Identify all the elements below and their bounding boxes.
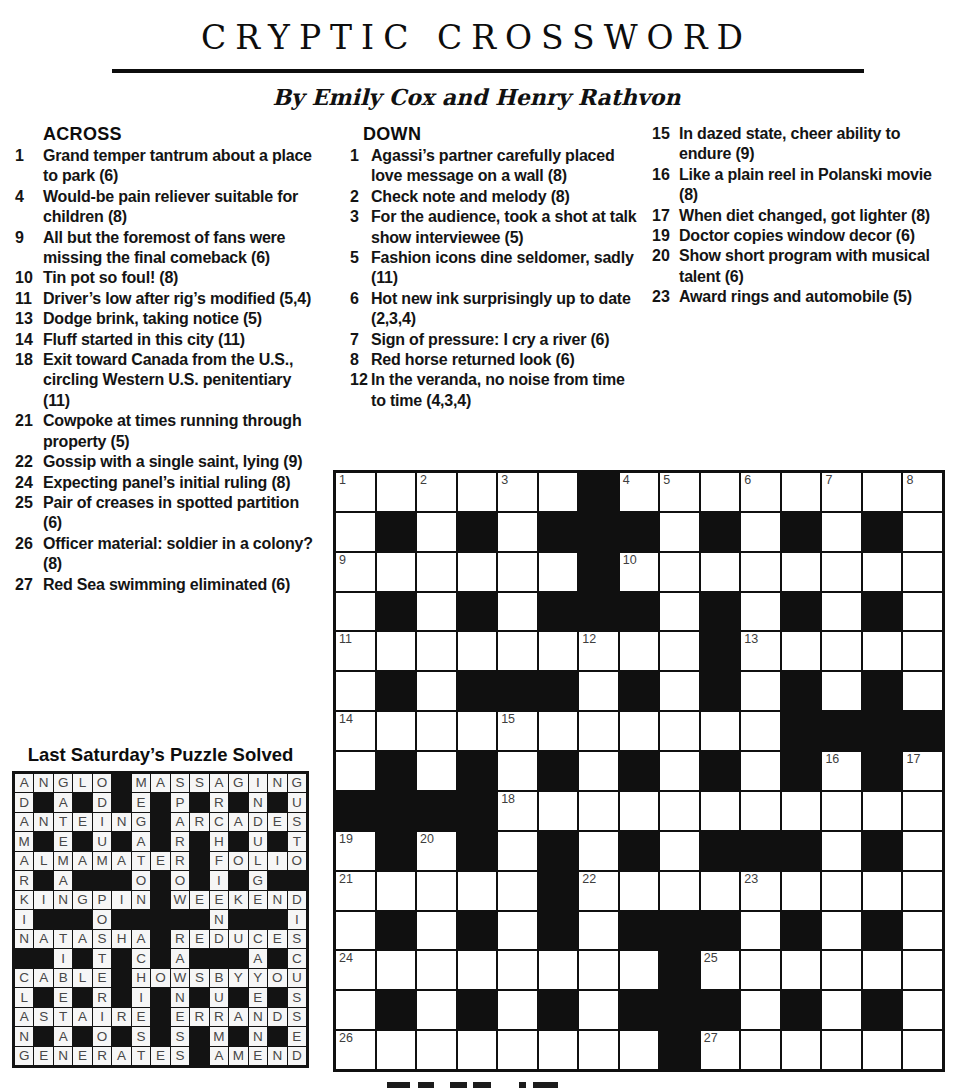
solved-letter-cell: I	[210, 871, 228, 889]
grid-cell-r11c10[interactable]	[701, 872, 740, 910]
clue-text: Dodge brink, taking notice (5)	[43, 309, 315, 329]
grid-cell-r11c15[interactable]	[903, 872, 942, 910]
clue-text: In dazed state, cheer ability to endure …	[679, 124, 944, 165]
solved-letter-cell: I	[288, 910, 306, 928]
solved-block-cell	[151, 930, 169, 948]
block-cell	[701, 752, 740, 790]
clue-12-down: 12In the veranda, no noise from time to …	[350, 370, 638, 411]
clue-number: 19	[652, 226, 679, 246]
grid-cell-r1c13[interactable]: 7	[822, 473, 861, 511]
grid-cell-r7c11[interactable]	[741, 712, 780, 750]
clue-number: 6	[350, 289, 371, 309]
grid-cell-r3c3[interactable]	[417, 553, 456, 591]
solved-letter-cell: G	[54, 774, 72, 792]
grid-cell-r3c9[interactable]	[660, 553, 699, 591]
grid-cell-r11c4[interactable]	[458, 872, 497, 910]
grid-cell-r14c13[interactable]	[822, 991, 861, 1029]
across-header: ACROSS	[43, 124, 315, 145]
solved-letter-cell: N	[268, 774, 286, 792]
block-cell	[701, 912, 740, 950]
solved-letter-cell: S	[171, 1027, 189, 1045]
solved-letter-cell: I	[93, 1008, 111, 1026]
block-cell	[377, 593, 416, 631]
clue-number: 22	[15, 452, 43, 472]
grid-cell-r9c13[interactable]	[822, 792, 861, 830]
block-cell	[377, 832, 416, 870]
grid-cell-r11c2[interactable]	[377, 872, 416, 910]
grid-cell-r14c11[interactable]	[741, 991, 780, 1029]
solved-block-cell	[112, 949, 130, 967]
grid-cell-r8c1[interactable]	[336, 752, 375, 790]
solved-letter-cell: I	[54, 949, 72, 967]
grid-cell-r9c6[interactable]	[539, 792, 578, 830]
grid-cell-r11c5[interactable]	[498, 872, 537, 910]
grid-cell-r3c8[interactable]: 10	[620, 553, 659, 591]
solved-letter-cell: G	[249, 871, 267, 889]
clue-text: Expecting panel’s initial ruling (8)	[43, 473, 315, 493]
grid-cell-r8c3[interactable]	[417, 752, 456, 790]
solved-letter-cell: S	[288, 988, 306, 1006]
grid-cell-r8c13[interactable]: 16	[822, 752, 861, 790]
solved-letter-cell: E	[34, 1047, 52, 1065]
clue-20-down: 20Show short program with musical talent…	[652, 246, 944, 287]
grid-cell-r13c11[interactable]	[741, 951, 780, 989]
clue-number: 2	[350, 187, 371, 207]
solved-letter-cell: E	[171, 1008, 189, 1026]
solved-block-cell	[190, 1027, 208, 1045]
solved-block-cell	[229, 1027, 247, 1045]
grid-cell-r15c5[interactable]	[498, 1031, 537, 1069]
grid-cell-r5c13[interactable]	[822, 632, 861, 670]
clue-13-across: 13Dodge brink, taking notice (5)	[15, 309, 315, 329]
grid-cell-r15c2[interactable]	[377, 1031, 416, 1069]
solved-letter-cell: E	[132, 793, 150, 811]
grid-cell-r12c7[interactable]	[579, 912, 618, 950]
grid-cell-r9c7[interactable]	[579, 792, 618, 830]
cell-number: 3	[501, 474, 508, 488]
solved-letter-cell: R	[112, 1008, 130, 1026]
solved-letter-cell: G	[15, 1047, 33, 1065]
block-cell	[377, 672, 416, 710]
grid-cell-r6c11[interactable]	[741, 672, 780, 710]
grid-cell-r15c12[interactable]	[782, 1031, 821, 1069]
grid-cell-r1c14[interactable]	[863, 473, 902, 511]
solved-letter-cell: O	[288, 852, 306, 870]
grid-cell-r3c12[interactable]	[782, 553, 821, 591]
grid-cell-r5c14[interactable]	[863, 632, 902, 670]
grid-cell-r6c3[interactable]	[417, 672, 456, 710]
grid-cell-r4c15[interactable]	[903, 593, 942, 631]
cell-number: 15	[501, 713, 515, 727]
grid-cell-r11c14[interactable]	[863, 872, 902, 910]
solved-letter-cell: O	[151, 969, 169, 987]
solved-letter-cell: A	[73, 852, 91, 870]
block-cell	[782, 991, 821, 1029]
solved-letter-cell: I	[112, 891, 130, 909]
solved-block-cell	[112, 1027, 130, 1045]
grid-cell-r13c5[interactable]	[498, 951, 537, 989]
grid-cell-r11c12[interactable]	[782, 872, 821, 910]
grid-cell-r1c3[interactable]: 2	[417, 473, 456, 511]
down-clues-column-continued: 15In dazed state, cheer ability to endur…	[652, 124, 944, 308]
clue-text: Doctor copies window decor (6)	[679, 226, 944, 246]
grid-cell-r12c5[interactable]	[498, 912, 537, 950]
clue-number: 25	[15, 493, 43, 513]
grid-cell-r14c7[interactable]	[579, 991, 618, 1029]
solved-letter-cell: D	[93, 793, 111, 811]
grid-cell-r1c4[interactable]	[458, 473, 497, 511]
grid-cell-r1c5[interactable]: 3	[498, 473, 537, 511]
solved-letter-cell: O	[171, 871, 189, 889]
solved-letter-cell: N	[249, 793, 267, 811]
grid-cell-r13c14[interactable]	[863, 951, 902, 989]
grid-cell-r10c3[interactable]: 20	[417, 832, 456, 870]
grid-cell-r1c15[interactable]: 8	[903, 473, 942, 511]
solved-block-cell	[190, 949, 208, 967]
clue-text: Like a plain reel in Polanski movie (8)	[679, 165, 944, 206]
cell-number: 12	[582, 633, 596, 647]
block-cell	[579, 593, 618, 631]
grid-cell-r8c7[interactable]	[579, 752, 618, 790]
grid-cell-r1c6[interactable]	[539, 473, 578, 511]
grid-cell-r13c8[interactable]	[620, 951, 659, 989]
grid-cell-r2c1[interactable]	[336, 513, 375, 551]
solved-letter-cell: S	[171, 774, 189, 792]
cell-number: 10	[623, 554, 637, 568]
solved-letter-cell: C	[210, 813, 228, 831]
clue-number: 21	[15, 411, 43, 431]
clue-number: 11	[15, 289, 43, 309]
block-cell	[417, 792, 456, 830]
clue-1-down: 1Agassi’s partner carefully placed love …	[350, 146, 638, 187]
grid-cell-r5c8[interactable]	[620, 632, 659, 670]
grid-cell-r13c6[interactable]	[539, 951, 578, 989]
grid-cell-r13c1[interactable]: 24	[336, 951, 375, 989]
grid-cell-r15c7[interactable]	[579, 1031, 618, 1069]
grid-cell-r1c8[interactable]: 4	[620, 473, 659, 511]
clue-3-down: 3For the audience, took a shot at talk s…	[350, 207, 638, 248]
grid-cell-r3c1[interactable]: 9	[336, 553, 375, 591]
grid-cell-r1c9[interactable]: 5	[660, 473, 699, 511]
grid-cell-r2c15[interactable]	[903, 513, 942, 551]
solved-block-cell	[268, 910, 286, 928]
solved-letter-cell: S	[34, 1008, 52, 1026]
clue-19-down: 19Doctor copies window decor (6)	[652, 226, 944, 246]
grid-cell-r1c11[interactable]: 6	[741, 473, 780, 511]
grid-cell-r1c2[interactable]	[377, 473, 416, 511]
block-cell	[863, 593, 902, 631]
block-cell	[620, 672, 659, 710]
solved-letter-cell: A	[112, 1047, 130, 1065]
grid-cell-r3c5[interactable]	[498, 553, 537, 591]
solved-block-cell	[93, 871, 111, 889]
grid-cell-r9c5[interactable]: 18	[498, 792, 537, 830]
grid-cell-r5c4[interactable]	[458, 632, 497, 670]
grid-cell-r10c7[interactable]	[579, 832, 618, 870]
solved-letter-cell: A	[15, 813, 33, 831]
grid-cell-r15c1[interactable]: 26	[336, 1031, 375, 1069]
cell-number: 25	[704, 952, 718, 966]
block-cell	[579, 473, 618, 511]
block-cell	[458, 991, 497, 1029]
grid-cell-r12c13[interactable]	[822, 912, 861, 950]
clue-text: Cowpoke at times running through propert…	[43, 411, 315, 452]
solved-letter-cell: T	[54, 930, 72, 948]
solved-block-cell	[268, 793, 286, 811]
grid-cell-r13c15[interactable]	[903, 951, 942, 989]
solved-block-cell	[151, 793, 169, 811]
grid-cell-r10c1[interactable]: 19	[336, 832, 375, 870]
cell-number: 1	[339, 474, 346, 488]
grid-cell-r15c3[interactable]	[417, 1031, 456, 1069]
grid-cell-r8c9[interactable]	[660, 752, 699, 790]
grid-cell-r13c2[interactable]	[377, 951, 416, 989]
solved-letter-cell: I	[34, 891, 52, 909]
grid-cell-r4c5[interactable]	[498, 593, 537, 631]
grid-cell-r9c14[interactable]	[863, 792, 902, 830]
grid-cell-r5c6[interactable]	[539, 632, 578, 670]
grid-cell-r5c12[interactable]	[782, 632, 821, 670]
block-cell	[458, 912, 497, 950]
solved-letter-cell: A	[34, 969, 52, 987]
solved-letter-cell: G	[288, 774, 306, 792]
grid-cell-r15c13[interactable]	[822, 1031, 861, 1069]
grid-cell-r9c12[interactable]	[782, 792, 821, 830]
solved-letter-cell: A	[229, 813, 247, 831]
grid-cell-r13c10[interactable]: 25	[701, 951, 740, 989]
grid-cell-r8c15[interactable]: 17	[903, 752, 942, 790]
grid-cell-r10c13[interactable]	[822, 832, 861, 870]
solved-block-cell	[73, 871, 91, 889]
grid-cell-r5c5[interactable]	[498, 632, 537, 670]
solved-letter-cell: R	[190, 813, 208, 831]
grid-cell-r5c1[interactable]: 11	[336, 632, 375, 670]
solved-block-cell	[15, 949, 33, 967]
clue-number: 26	[15, 534, 43, 554]
grid-cell-r15c11[interactable]	[741, 1031, 780, 1069]
solved-letter-cell: R	[15, 871, 33, 889]
solved-letter-cell: E	[249, 1047, 267, 1065]
grid-cell-r5c9[interactable]	[660, 632, 699, 670]
grid-cell-r7c9[interactable]	[660, 712, 699, 750]
grid-cell-r1c12[interactable]	[782, 473, 821, 511]
block-cell	[620, 513, 659, 551]
grid-cell-r3c13[interactable]	[822, 553, 861, 591]
solved-letter-cell: M	[229, 1047, 247, 1065]
clue-number: 13	[15, 309, 43, 329]
solved-block-cell	[229, 910, 247, 928]
block-cell	[863, 832, 902, 870]
grid-cell-r7c4[interactable]	[458, 712, 497, 750]
solved-letter-cell: U	[249, 832, 267, 850]
grid-cell-r9c10[interactable]	[701, 792, 740, 830]
grid-cell-r13c13[interactable]	[822, 951, 861, 989]
grid-cell-r6c13[interactable]	[822, 672, 861, 710]
grid-cell-r13c3[interactable]	[417, 951, 456, 989]
grid-cell-r6c7[interactable]	[579, 672, 618, 710]
grid-cell-r2c11[interactable]	[741, 513, 780, 551]
grid-cell-r12c3[interactable]	[417, 912, 456, 950]
solved-letter-cell: W	[171, 969, 189, 987]
solved-letter-cell: C	[288, 949, 306, 967]
clue-number: 23	[652, 287, 679, 307]
grid-cell-r2c13[interactable]	[822, 513, 861, 551]
block-cell	[782, 752, 821, 790]
grid-cell-r1c1[interactable]: 1	[336, 473, 375, 511]
block-cell	[660, 991, 699, 1029]
solved-letter-cell: T	[93, 949, 111, 967]
solved-block-cell	[34, 1027, 52, 1045]
grid-cell-r11c11[interactable]: 23	[741, 872, 780, 910]
grid-cell-r4c1[interactable]	[336, 593, 375, 631]
grid-cell-r8c11[interactable]	[741, 752, 780, 790]
grid-cell-r3c15[interactable]	[903, 553, 942, 591]
grid-cell-r10c5[interactable]	[498, 832, 537, 870]
grid-cell-r3c11[interactable]	[741, 553, 780, 591]
grid-cell-r4c9[interactable]	[660, 593, 699, 631]
grid-cell-r15c8[interactable]	[620, 1031, 659, 1069]
block-cell	[620, 991, 659, 1029]
grid-cell-r15c10[interactable]: 27	[701, 1031, 740, 1069]
block-cell	[539, 752, 578, 790]
solved-block-cell	[112, 832, 130, 850]
grid-cell-r15c15[interactable]	[903, 1031, 942, 1069]
grid-cell-r11c8[interactable]	[620, 872, 659, 910]
grid-cell-r10c15[interactable]	[903, 832, 942, 870]
grid-cell-r7c1[interactable]: 14	[336, 712, 375, 750]
grid-cell-r4c11[interactable]	[741, 593, 780, 631]
grid-cell-r10c9[interactable]	[660, 832, 699, 870]
clue-text: Red Sea swimming eliminated (6)	[43, 575, 315, 595]
solved-letter-cell: N	[210, 910, 228, 928]
block-cell	[782, 832, 821, 870]
grid-cell-r14c3[interactable]	[417, 991, 456, 1029]
block-cell	[377, 752, 416, 790]
grid-cell-r2c5[interactable]	[498, 513, 537, 551]
cell-number: 8	[906, 474, 913, 488]
grid-cell-r11c3[interactable]	[417, 872, 456, 910]
solved-letter-cell: I	[268, 852, 286, 870]
solved-letter-cell: M	[210, 1027, 228, 1045]
grid-cell-r13c4[interactable]	[458, 951, 497, 989]
cell-number: 21	[339, 873, 353, 887]
cell-number: 14	[339, 713, 353, 727]
grid-cell-r2c9[interactable]	[660, 513, 699, 551]
grid-cell-r15c14[interactable]	[863, 1031, 902, 1069]
grid-cell-r14c5[interactable]	[498, 991, 537, 1029]
grid-cell-r15c4[interactable]	[458, 1031, 497, 1069]
solved-block-cell	[34, 832, 52, 850]
down-clue-list: 1Agassi’s partner carefully placed love …	[350, 146, 638, 411]
clue-23-down: 23Award rings and automobile (5)	[652, 287, 944, 307]
block-cell	[701, 632, 740, 670]
solved-block-cell	[73, 910, 91, 928]
solved-letter-cell: Y	[229, 969, 247, 987]
grid-cell-r2c3[interactable]	[417, 513, 456, 551]
grid-cell-r12c11[interactable]	[741, 912, 780, 950]
grid-cell-r5c2[interactable]	[377, 632, 416, 670]
grid-cell-r14c1[interactable]	[336, 991, 375, 1029]
grid-cell-r3c10[interactable]	[701, 553, 740, 591]
solved-letter-cell: A	[15, 774, 33, 792]
grid-cell-r14c15[interactable]	[903, 991, 942, 1029]
solved-letter-cell: S	[190, 774, 208, 792]
grid-cell-r1c10[interactable]	[701, 473, 740, 511]
solved-block-cell	[112, 793, 130, 811]
block-cell	[863, 912, 902, 950]
solved-letter-cell: A	[73, 930, 91, 948]
grid-cell-r7c5[interactable]: 15	[498, 712, 537, 750]
grid-cell-r6c15[interactable]	[903, 672, 942, 710]
grid-cell-r5c7[interactable]: 12	[579, 632, 618, 670]
grid-cell-r7c3[interactable]	[417, 712, 456, 750]
grid-cell-r9c15[interactable]	[903, 792, 942, 830]
grid-cell-r11c13[interactable]	[822, 872, 861, 910]
grid-cell-r13c12[interactable]	[782, 951, 821, 989]
grid-cell-r3c2[interactable]	[377, 553, 416, 591]
grid-cell-r8c5[interactable]	[498, 752, 537, 790]
clue-number: 12	[350, 370, 371, 390]
solved-letter-cell: O	[93, 774, 111, 792]
down-clue-list-continued: 15In dazed state, cheer ability to endur…	[652, 124, 944, 308]
grid-cell-r12c15[interactable]	[903, 912, 942, 950]
grid-cell-r4c3[interactable]	[417, 593, 456, 631]
solved-block-cell	[229, 871, 247, 889]
clue-text: All but the foremost of fans were missin…	[43, 228, 315, 269]
grid-cell-r6c9[interactable]	[660, 672, 699, 710]
grid-cell-r7c2[interactable]	[377, 712, 416, 750]
cell-number: 4	[623, 474, 630, 488]
solved-letter-cell: L	[15, 988, 33, 1006]
solved-letter-cell: Y	[249, 969, 267, 987]
solved-block-cell	[151, 1027, 169, 1045]
grid-cell-r13c7[interactable]	[579, 951, 618, 989]
grid-cell-r11c9[interactable]	[660, 872, 699, 910]
solved-letter-cell: G	[229, 774, 247, 792]
cell-number: 26	[339, 1032, 353, 1046]
grid-cell-r7c10[interactable]	[701, 712, 740, 750]
clue-number: 9	[15, 228, 43, 248]
solved-letter-cell: A	[171, 949, 189, 967]
grid-cell-r9c9[interactable]	[660, 792, 699, 830]
solved-letter-cell: U	[210, 988, 228, 1006]
grid-cell-r12c1[interactable]	[336, 912, 375, 950]
grid-cell-r5c11[interactable]: 13	[741, 632, 780, 670]
grid-cell-r3c14[interactable]	[863, 553, 902, 591]
solved-block-cell	[288, 871, 306, 889]
grid-cell-r9c11[interactable]	[741, 792, 780, 830]
grid-cell-r15c6[interactable]	[539, 1031, 578, 1069]
grid-cell-r11c1[interactable]: 21	[336, 872, 375, 910]
grid-cell-r4c13[interactable]	[822, 593, 861, 631]
block-cell	[701, 991, 740, 1029]
grid-cell-r5c15[interactable]	[903, 632, 942, 670]
solved-letter-cell: N	[15, 930, 33, 948]
grid-cell-r5c3[interactable]	[417, 632, 456, 670]
block-cell	[822, 712, 861, 750]
grid-cell-r3c6[interactable]	[539, 553, 578, 591]
solved-letter-cell: N	[268, 891, 286, 909]
grid-cell-r3c4[interactable]	[458, 553, 497, 591]
solved-letter-cell: T	[54, 813, 72, 831]
grid-cell-r7c8[interactable]	[620, 712, 659, 750]
block-cell	[539, 912, 578, 950]
grid-cell-r7c7[interactable]	[579, 712, 618, 750]
grid-cell-r9c8[interactable]	[620, 792, 659, 830]
grid-cell-r11c7[interactable]: 22	[579, 872, 618, 910]
grid-cell-r6c1[interactable]	[336, 672, 375, 710]
grid-cell-r7c6[interactable]	[539, 712, 578, 750]
